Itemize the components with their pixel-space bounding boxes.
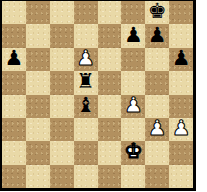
square-g4[interactable] bbox=[145, 95, 169, 118]
piece-black-rook[interactable]: ♜ bbox=[76, 71, 95, 92]
piece-black-pawn[interactable]: ♟ bbox=[5, 48, 24, 69]
square-d5[interactable]: ♜ bbox=[74, 71, 98, 94]
square-d3[interactable] bbox=[74, 118, 98, 141]
piece-white-pawn[interactable]: ♟ bbox=[76, 48, 95, 69]
square-d4[interactable]: ♝ bbox=[74, 95, 98, 118]
square-h8[interactable] bbox=[169, 1, 193, 24]
square-b2[interactable] bbox=[26, 141, 50, 164]
piece-black-king[interactable]: ♚ bbox=[148, 1, 167, 22]
square-e1[interactable] bbox=[98, 165, 122, 188]
square-g7[interactable]: ♟ bbox=[145, 24, 169, 47]
piece-black-pawn[interactable]: ♟ bbox=[148, 25, 167, 46]
piece-black-pawn[interactable]: ♟ bbox=[172, 48, 191, 69]
square-d1[interactable] bbox=[74, 165, 98, 188]
piece-white-pawn[interactable]: ♟ bbox=[148, 118, 167, 139]
square-b7[interactable] bbox=[26, 24, 50, 47]
square-a6[interactable]: ♟ bbox=[2, 48, 26, 71]
square-a2[interactable] bbox=[2, 141, 26, 164]
square-g6[interactable] bbox=[145, 48, 169, 71]
square-b5[interactable] bbox=[26, 71, 50, 94]
square-g8[interactable]: ♚ bbox=[145, 1, 169, 24]
square-e5[interactable] bbox=[98, 71, 122, 94]
square-c5[interactable] bbox=[50, 71, 74, 94]
square-f8[interactable] bbox=[121, 1, 145, 24]
square-a8[interactable] bbox=[2, 1, 26, 24]
chess-board: ♚♟♟♟♟♟♜♝♟♟♟♚ bbox=[0, 0, 196, 191]
square-h4[interactable] bbox=[169, 95, 193, 118]
square-f3[interactable] bbox=[121, 118, 145, 141]
square-f6[interactable] bbox=[121, 48, 145, 71]
square-c2[interactable] bbox=[50, 141, 74, 164]
square-e6[interactable] bbox=[98, 48, 122, 71]
square-c4[interactable] bbox=[50, 95, 74, 118]
piece-white-pawn[interactable]: ♟ bbox=[172, 118, 191, 139]
square-a1[interactable] bbox=[2, 165, 26, 188]
square-h3[interactable]: ♟ bbox=[169, 118, 193, 141]
square-h6[interactable]: ♟ bbox=[169, 48, 193, 71]
square-a4[interactable] bbox=[2, 95, 26, 118]
square-d7[interactable] bbox=[74, 24, 98, 47]
square-h1[interactable] bbox=[169, 165, 193, 188]
square-f7[interactable]: ♟ bbox=[121, 24, 145, 47]
square-a7[interactable] bbox=[2, 24, 26, 47]
piece-black-bishop[interactable]: ♝ bbox=[76, 95, 95, 116]
square-g1[interactable] bbox=[145, 165, 169, 188]
square-c6[interactable] bbox=[50, 48, 74, 71]
square-e3[interactable] bbox=[98, 118, 122, 141]
square-g3[interactable]: ♟ bbox=[145, 118, 169, 141]
square-f5[interactable] bbox=[121, 71, 145, 94]
square-h5[interactable] bbox=[169, 71, 193, 94]
square-c7[interactable] bbox=[50, 24, 74, 47]
page: ♚♟♟♟♟♟♜♝♟♟♟♚ bbox=[0, 0, 207, 192]
square-e2[interactable] bbox=[98, 141, 122, 164]
square-e4[interactable] bbox=[98, 95, 122, 118]
square-c8[interactable] bbox=[50, 1, 74, 24]
square-h2[interactable] bbox=[169, 141, 193, 164]
square-a3[interactable] bbox=[2, 118, 26, 141]
square-b1[interactable] bbox=[26, 165, 50, 188]
piece-white-king[interactable]: ♚ bbox=[124, 141, 143, 162]
square-f1[interactable] bbox=[121, 165, 145, 188]
square-d8[interactable] bbox=[74, 1, 98, 24]
square-c3[interactable] bbox=[50, 118, 74, 141]
square-g2[interactable] bbox=[145, 141, 169, 164]
square-c1[interactable] bbox=[50, 165, 74, 188]
square-b8[interactable] bbox=[26, 1, 50, 24]
piece-black-pawn[interactable]: ♟ bbox=[124, 25, 143, 46]
square-g5[interactable] bbox=[145, 71, 169, 94]
square-e8[interactable] bbox=[98, 1, 122, 24]
square-b4[interactable] bbox=[26, 95, 50, 118]
square-e7[interactable] bbox=[98, 24, 122, 47]
square-h7[interactable] bbox=[169, 24, 193, 47]
square-b3[interactable] bbox=[26, 118, 50, 141]
square-d2[interactable] bbox=[74, 141, 98, 164]
square-f2[interactable]: ♚ bbox=[121, 141, 145, 164]
square-a5[interactable] bbox=[2, 71, 26, 94]
square-f4[interactable]: ♟ bbox=[121, 95, 145, 118]
piece-white-pawn[interactable]: ♟ bbox=[124, 95, 143, 116]
square-d6[interactable]: ♟ bbox=[74, 48, 98, 71]
square-b6[interactable] bbox=[26, 48, 50, 71]
